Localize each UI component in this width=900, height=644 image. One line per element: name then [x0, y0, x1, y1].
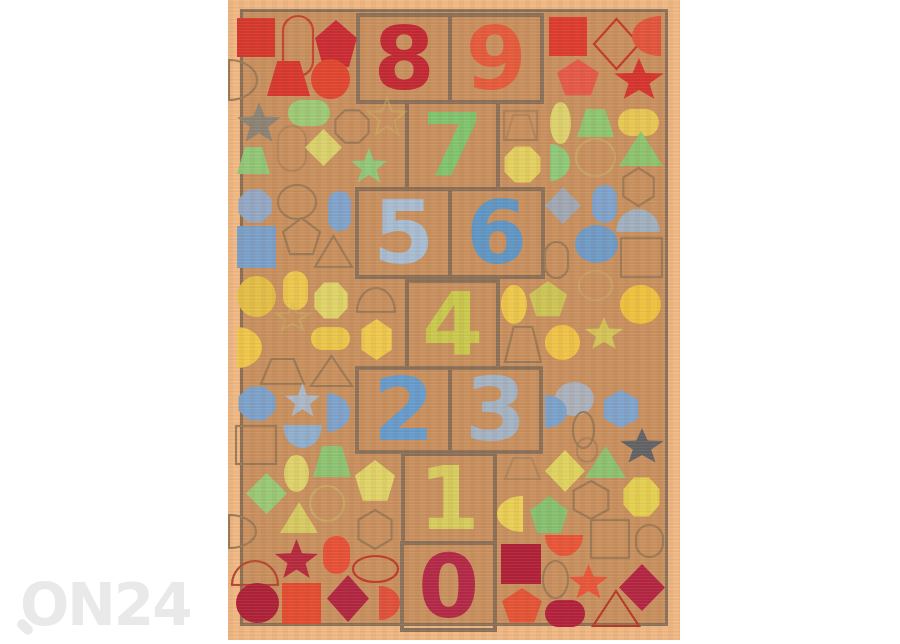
hopscotch-number-3: 3	[450, 368, 541, 452]
hopscotch-number-2: 2	[357, 368, 450, 452]
numbers-layer: 8975642310	[228, 0, 680, 640]
watermark-on24-logo: ON24	[20, 576, 191, 634]
hopscotch-number-9: 9	[450, 15, 542, 102]
hopscotch-number-6: 6	[450, 189, 543, 277]
hopscotch-number-0: 0	[402, 543, 495, 630]
hopscotch-number-4: 4	[407, 281, 498, 368]
hopscotch-number-5: 5	[357, 189, 450, 277]
product-photo: ON24 8975642310	[0, 0, 900, 644]
hopscotch-number-7: 7	[407, 102, 498, 189]
hopscotch-number-8: 8	[358, 15, 450, 102]
hopscotch-rug: 8975642310	[228, 0, 680, 640]
hopscotch-number-1: 1	[403, 454, 495, 543]
watermark-text: ON24	[20, 571, 191, 639]
